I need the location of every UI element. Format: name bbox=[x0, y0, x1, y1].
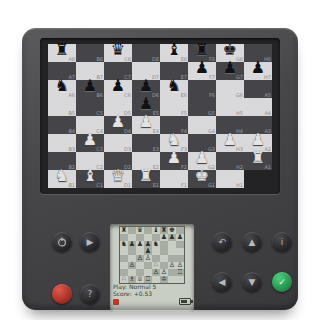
lcd-square bbox=[168, 248, 176, 255]
square-e4[interactable]: E4♟ bbox=[132, 116, 160, 134]
info-icon: i bbox=[281, 238, 284, 247]
lcd-line-1: Play: Normal 5 bbox=[113, 283, 191, 290]
square-h3[interactable]: H3♟ bbox=[216, 134, 244, 152]
square-g7[interactable]: G7♟ bbox=[216, 62, 244, 80]
square-h7[interactable]: H7♟ bbox=[244, 62, 272, 80]
white-pawn[interactable]: ♟ bbox=[132, 113, 160, 131]
lcd-square: ♟ bbox=[160, 234, 168, 241]
square-coordinate: H1 bbox=[236, 183, 243, 188]
lcd-square bbox=[120, 262, 128, 269]
lcd-square bbox=[128, 248, 136, 255]
square-c5[interactable]: C5 bbox=[76, 98, 104, 116]
lcd-square: ♟ bbox=[176, 234, 184, 241]
lcd-square: ♔ bbox=[160, 276, 168, 283]
square-a1[interactable]: A1♜ bbox=[244, 152, 272, 170]
lcd-square: ♛ bbox=[136, 227, 144, 234]
down-button[interactable]: ▼ bbox=[242, 272, 262, 292]
square-b4[interactable]: B4 bbox=[48, 116, 76, 134]
black-knight[interactable]: ♞ bbox=[48, 77, 76, 95]
square-b8[interactable]: B8 bbox=[76, 44, 104, 62]
chess-board: A8♜B8C8♛D8E8♝F8♜G8♚H8A7B7C7D7E7F7♟G7♟H7♟… bbox=[48, 44, 272, 188]
square-g5[interactable]: G5 bbox=[188, 98, 216, 116]
lcd-square bbox=[152, 248, 160, 255]
lcd-square: ♟ bbox=[136, 241, 144, 248]
square-a5[interactable]: A5 bbox=[244, 80, 272, 98]
lcd-square: ♙ bbox=[128, 262, 136, 269]
white-pawn[interactable]: ♟ bbox=[104, 113, 132, 131]
lcd-square bbox=[152, 276, 160, 283]
down-arrow-icon: ▼ bbox=[249, 278, 256, 287]
lcd-square: ♙ bbox=[144, 255, 152, 262]
lcd-square bbox=[120, 248, 128, 255]
left-arrow-icon: ◀ bbox=[219, 278, 226, 287]
lcd-line-2: Score: +0.53 bbox=[113, 290, 191, 297]
lcd-square: ♟ bbox=[168, 234, 176, 241]
lcd-square: ♘ bbox=[120, 276, 128, 283]
square-e3[interactable]: E3 bbox=[132, 134, 160, 152]
lcd-square: ♗ bbox=[128, 276, 136, 283]
white-queen[interactable]: ♛ bbox=[104, 167, 132, 185]
square-c3[interactable]: C3♟ bbox=[76, 134, 104, 152]
white-bishop[interactable]: ♝ bbox=[76, 167, 104, 185]
white-king[interactable]: ♚ bbox=[188, 167, 216, 185]
white-pawn[interactable]: ♟ bbox=[76, 131, 104, 149]
black-rook[interactable]: ♜ bbox=[188, 41, 216, 59]
square-d4[interactable]: D4♟ bbox=[104, 116, 132, 134]
lcd-square: ♟ bbox=[128, 241, 136, 248]
lcd-square: ♙ bbox=[136, 255, 144, 262]
lcd-square bbox=[160, 255, 168, 262]
white-rook[interactable]: ♜ bbox=[244, 149, 272, 167]
square-d8[interactable]: D8 bbox=[132, 44, 160, 62]
square-f7[interactable]: F7♟ bbox=[188, 62, 216, 80]
black-bishop[interactable]: ♝ bbox=[160, 41, 188, 59]
square-b5[interactable]: B5 bbox=[48, 98, 76, 116]
white-pawn[interactable]: ♟ bbox=[188, 149, 216, 167]
up-button[interactable]: ▲ bbox=[242, 232, 262, 252]
black-pawn[interactable]: ♟ bbox=[216, 59, 244, 77]
square-h2[interactable]: H2 bbox=[216, 152, 244, 170]
square-a4[interactable]: A4 bbox=[244, 98, 272, 116]
black-pawn[interactable]: ♟ bbox=[104, 77, 132, 95]
lcd-square bbox=[144, 262, 152, 269]
lcd-square bbox=[176, 241, 184, 248]
black-queen[interactable]: ♛ bbox=[104, 41, 132, 59]
square-c8[interactable]: C8♛ bbox=[104, 44, 132, 62]
square-f5[interactable]: F5 bbox=[160, 98, 188, 116]
black-king[interactable]: ♚ bbox=[216, 41, 244, 59]
square-d1[interactable]: D1♛ bbox=[104, 170, 132, 188]
chess-computer: A8♜B8C8♛D8E8♝F8♜G8♚H8A7B7C7D7E7F7♟G7♟H7♟… bbox=[22, 28, 298, 310]
lcd-square bbox=[160, 241, 168, 248]
square-coordinate: F1 bbox=[181, 183, 187, 188]
up-arrow-icon: ▲ bbox=[249, 238, 256, 247]
lcd-square: ♝ bbox=[152, 227, 160, 234]
lcd-square bbox=[160, 248, 168, 255]
black-pawn[interactable]: ♟ bbox=[132, 95, 160, 113]
square-b3[interactable]: B3 bbox=[48, 134, 76, 152]
lcd-square bbox=[136, 262, 144, 269]
power-icon bbox=[57, 237, 67, 247]
lcd-screen: ♜♛♝♜♚♟♟♟♞♟♟♟♞♟♙♙♙♘♙♙♙♙♖♘♗♕♖♔ Play: Norma… bbox=[110, 224, 194, 312]
lcd-square: ♕ bbox=[136, 276, 144, 283]
black-pawn[interactable]: ♟ bbox=[76, 77, 104, 95]
lcd-square bbox=[144, 227, 152, 234]
lcd-square: ♙ bbox=[152, 269, 160, 276]
lcd-square: ♞ bbox=[152, 241, 160, 248]
square-e6[interactable]: E6♞ bbox=[160, 80, 188, 98]
ok-button[interactable]: ✓ bbox=[272, 272, 292, 292]
red-flag-icon bbox=[113, 299, 119, 305]
takeback-button[interactable]: ↶ bbox=[212, 232, 232, 252]
black-pawn[interactable]: ♟ bbox=[132, 77, 160, 95]
square-c6[interactable]: C6♟ bbox=[104, 80, 132, 98]
square-f2[interactable]: F2♟ bbox=[160, 152, 188, 170]
lcd-square: ♖ bbox=[144, 276, 152, 283]
play-icon: ▶ bbox=[87, 238, 94, 247]
square-f1[interactable]: F1 bbox=[160, 170, 188, 188]
ok-check-icon: ✓ bbox=[278, 278, 286, 287]
white-pawn[interactable]: ♟ bbox=[160, 149, 188, 167]
lcd-square bbox=[120, 255, 128, 262]
control-panel: ▶ ? ♜♛♝♜♚♟♟♟♞♟♟♟♞♟♙♙♙♘♙♙♙♙♖♘♗♕♖♔ Play: N… bbox=[22, 198, 298, 310]
lcd-square: ♖ bbox=[176, 269, 184, 276]
lcd-square: ♜ bbox=[120, 227, 128, 234]
info-button[interactable]: i bbox=[272, 232, 292, 252]
play-button[interactable]: ▶ bbox=[80, 232, 100, 252]
black-pawn[interactable]: ♟ bbox=[188, 59, 216, 77]
white-knight[interactable]: ♞ bbox=[48, 167, 76, 185]
black-rook[interactable]: ♜ bbox=[48, 41, 76, 59]
lcd-square: ♞ bbox=[120, 241, 128, 248]
square-e8[interactable]: E8♝ bbox=[160, 44, 188, 62]
square-d3[interactable]: D3 bbox=[104, 134, 132, 152]
square-a8[interactable]: A8♜ bbox=[48, 44, 76, 62]
white-rook[interactable]: ♜ bbox=[132, 167, 160, 185]
lcd-square bbox=[168, 276, 176, 283]
square-f6[interactable]: F6 bbox=[188, 80, 216, 98]
square-h1[interactable]: H1 bbox=[216, 170, 244, 188]
square-c1[interactable]: C1♝ bbox=[76, 170, 104, 188]
board-frame: A8♜B8C8♛D8E8♝F8♜G8♚H8A7B7C7D7E7F7♟G7♟H7♟… bbox=[40, 38, 280, 194]
lcd-square bbox=[168, 269, 176, 276]
takeback-icon: ↶ bbox=[218, 238, 226, 247]
power-button[interactable] bbox=[52, 232, 72, 252]
square-b6[interactable]: B6♟ bbox=[76, 80, 104, 98]
lcd-square: ♙ bbox=[168, 262, 176, 269]
square-g6[interactable]: G6 bbox=[216, 80, 244, 98]
black-knight[interactable]: ♞ bbox=[160, 77, 188, 95]
lcd-square bbox=[168, 241, 176, 248]
help-icon: ? bbox=[88, 290, 93, 299]
white-pawn[interactable]: ♟ bbox=[244, 131, 272, 149]
left-button[interactable]: ◀ bbox=[212, 272, 232, 292]
square-a6[interactable]: A6♞ bbox=[48, 80, 76, 98]
square-g4[interactable]: G4 bbox=[188, 116, 216, 134]
square-e1[interactable]: E1♜ bbox=[132, 170, 160, 188]
square-h5[interactable]: H5 bbox=[216, 98, 244, 116]
battery-icon bbox=[179, 298, 191, 305]
lcd-square bbox=[176, 248, 184, 255]
new-game-button[interactable] bbox=[52, 284, 72, 304]
lcd-square bbox=[128, 227, 136, 234]
white-knight[interactable]: ♞ bbox=[160, 131, 188, 149]
square-b1[interactable]: B1♞ bbox=[48, 170, 76, 188]
square-g1[interactable]: G1♚ bbox=[188, 170, 216, 188]
help-button[interactable]: ? bbox=[80, 284, 100, 304]
lcd-mini-board: ♜♛♝♜♚♟♟♟♞♟♟♟♞♟♙♙♙♘♙♙♙♙♖♘♗♕♖♔ bbox=[120, 227, 184, 283]
black-pawn[interactable]: ♟ bbox=[244, 59, 272, 77]
white-pawn[interactable]: ♟ bbox=[216, 131, 244, 149]
